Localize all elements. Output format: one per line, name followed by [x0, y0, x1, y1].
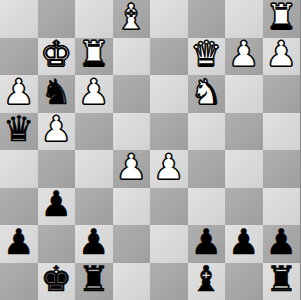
square-b6[interactable]: ♞ [38, 75, 76, 113]
square-d2[interactable] [113, 225, 151, 263]
black-pawn-piece[interactable]: ♟ [228, 225, 259, 260]
square-g6[interactable] [225, 75, 263, 113]
white-pawn-piece[interactable]: ♟ [228, 37, 259, 72]
black-knight-piece[interactable]: ♞ [41, 75, 72, 110]
black-rook-piece[interactable]: ♜ [266, 262, 297, 297]
white-king-piece[interactable]: ♚ [41, 37, 72, 72]
white-pawn-piece[interactable]: ♟ [3, 75, 34, 110]
white-pawn-piece[interactable]: ♟ [41, 112, 72, 147]
square-d3[interactable] [113, 188, 151, 226]
square-b3[interactable]: ♟ [38, 188, 76, 226]
square-g5[interactable] [225, 113, 263, 151]
square-a4[interactable] [0, 150, 38, 188]
square-h3[interactable] [263, 188, 301, 226]
square-f1[interactable]: ♝ [188, 263, 226, 300]
square-g3[interactable] [225, 188, 263, 226]
square-b7[interactable]: ♚ [38, 38, 76, 76]
square-h2[interactable]: ♟ [263, 225, 301, 263]
black-pawn-piece[interactable]: ♟ [78, 225, 109, 260]
square-g2[interactable]: ♟ [225, 225, 263, 263]
square-b5[interactable]: ♟ [38, 113, 76, 151]
square-e1[interactable] [150, 263, 188, 300]
square-c4[interactable] [75, 150, 113, 188]
square-h7[interactable]: ♟ [263, 38, 301, 76]
square-a7[interactable] [0, 38, 38, 76]
square-a2[interactable]: ♟ [0, 225, 38, 263]
square-a5[interactable]: ♛ [0, 113, 38, 151]
square-d6[interactable] [113, 75, 151, 113]
square-e2[interactable] [150, 225, 188, 263]
square-g8[interactable] [225, 0, 263, 38]
square-a6[interactable]: ♟ [0, 75, 38, 113]
black-pawn-piece[interactable]: ♟ [266, 225, 297, 260]
square-c3[interactable] [75, 188, 113, 226]
square-g4[interactable] [225, 150, 263, 188]
black-queen-piece[interactable]: ♛ [3, 112, 34, 147]
white-knight-piece[interactable]: ♞ [191, 75, 222, 110]
white-pawn-piece[interactable]: ♟ [78, 75, 109, 110]
square-f3[interactable] [188, 188, 226, 226]
square-h8[interactable]: ♜ [263, 0, 301, 38]
square-h6[interactable] [263, 75, 301, 113]
square-b4[interactable] [38, 150, 76, 188]
white-pawn-piece[interactable]: ♟ [153, 150, 184, 185]
black-pawn-piece[interactable]: ♟ [3, 225, 34, 260]
square-h5[interactable] [263, 113, 301, 151]
white-bishop-piece[interactable]: ♝ [116, 0, 147, 35]
square-d4[interactable]: ♟ [113, 150, 151, 188]
white-rook-piece[interactable]: ♜ [78, 37, 109, 72]
square-e3[interactable] [150, 188, 188, 226]
square-d7[interactable] [113, 38, 151, 76]
square-c2[interactable]: ♟ [75, 225, 113, 263]
square-e7[interactable] [150, 38, 188, 76]
square-e4[interactable]: ♟ [150, 150, 188, 188]
square-c7[interactable]: ♜ [75, 38, 113, 76]
square-b2[interactable] [38, 225, 76, 263]
black-pawn-piece[interactable]: ♟ [41, 187, 72, 222]
square-c5[interactable] [75, 113, 113, 151]
black-pawn-piece[interactable]: ♟ [191, 225, 222, 260]
square-h1[interactable]: ♜ [263, 263, 301, 300]
chess-board: ♝♜♚♜♛♟♟♟♞♟♞♛♟♟♟♟♟♟♟♟♟♚♜♝♜ [0, 0, 300, 300]
square-d5[interactable] [113, 113, 151, 151]
square-e5[interactable] [150, 113, 188, 151]
square-e8[interactable] [150, 0, 188, 38]
square-f4[interactable] [188, 150, 226, 188]
white-rook-piece[interactable]: ♜ [266, 0, 297, 35]
black-bishop-piece[interactable]: ♝ [191, 262, 222, 297]
square-c8[interactable] [75, 0, 113, 38]
square-d8[interactable]: ♝ [113, 0, 151, 38]
black-king-piece[interactable]: ♚ [41, 262, 72, 297]
square-g7[interactable]: ♟ [225, 38, 263, 76]
square-f6[interactable]: ♞ [188, 75, 226, 113]
black-rook-piece[interactable]: ♜ [78, 262, 109, 297]
white-queen-piece[interactable]: ♛ [191, 37, 222, 72]
square-f7[interactable]: ♛ [188, 38, 226, 76]
square-g1[interactable] [225, 263, 263, 300]
square-c6[interactable]: ♟ [75, 75, 113, 113]
square-d1[interactable] [113, 263, 151, 300]
square-a3[interactable] [0, 188, 38, 226]
square-c1[interactable]: ♜ [75, 263, 113, 300]
square-f2[interactable]: ♟ [188, 225, 226, 263]
square-b1[interactable]: ♚ [38, 263, 76, 300]
square-f8[interactable] [188, 0, 226, 38]
square-e6[interactable] [150, 75, 188, 113]
square-f5[interactable] [188, 113, 226, 151]
square-a1[interactable] [0, 263, 38, 300]
square-a8[interactable] [0, 0, 38, 38]
white-pawn-piece[interactable]: ♟ [116, 150, 147, 185]
square-h4[interactable] [263, 150, 301, 188]
white-pawn-piece[interactable]: ♟ [266, 37, 297, 72]
square-b8[interactable] [38, 0, 76, 38]
